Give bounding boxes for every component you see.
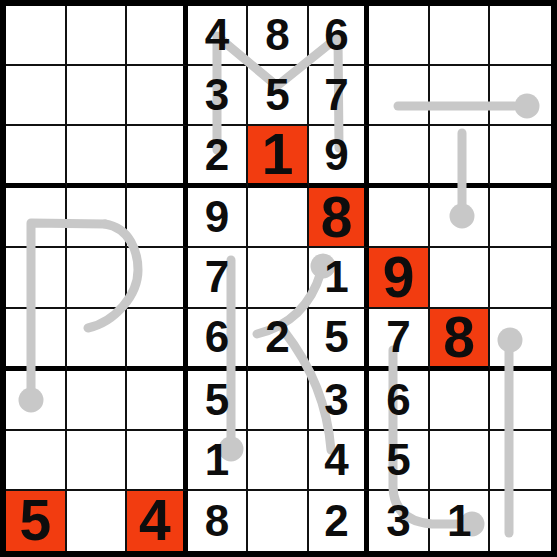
cell-r6c8[interactable]: 8 <box>430 309 491 371</box>
cell-r9c2[interactable] <box>67 491 128 551</box>
cell-r1c7[interactable] <box>369 6 430 66</box>
cell-r8c2[interactable] <box>67 431 128 491</box>
cell-r4c9[interactable] <box>490 188 551 248</box>
cell-r4c1[interactable] <box>6 188 67 248</box>
cell-r3c8[interactable] <box>430 126 491 188</box>
cell-r2c5[interactable]: 5 <box>248 66 309 126</box>
cell-r5c9[interactable] <box>490 248 551 308</box>
cell-r5c5[interactable] <box>248 248 309 308</box>
cell-r5c2[interactable] <box>67 248 128 308</box>
cell-r9c8[interactable]: 1 <box>430 491 491 551</box>
digit: 4 <box>324 438 348 482</box>
cell-r4c7[interactable] <box>369 188 430 248</box>
digit: 5 <box>19 492 51 549</box>
digit: 5 <box>265 73 289 117</box>
digit: 1 <box>447 499 471 543</box>
digit: 3 <box>386 499 410 543</box>
cell-r1c8[interactable] <box>430 6 491 66</box>
cell-r9c1[interactable]: 5 <box>6 491 67 551</box>
digit: 5 <box>386 438 410 482</box>
digit: 4 <box>139 492 171 549</box>
cell-r2c4[interactable]: 3 <box>188 66 249 126</box>
cell-r7c3[interactable] <box>127 371 188 431</box>
cell-r5c1[interactable] <box>6 248 67 308</box>
digit: 2 <box>205 133 229 177</box>
cell-r8c1[interactable] <box>6 431 67 491</box>
cell-r3c9[interactable] <box>490 126 551 188</box>
digit: 6 <box>205 315 229 359</box>
cell-r3c3[interactable] <box>127 126 188 188</box>
cell-r7c9[interactable] <box>490 371 551 431</box>
cell-r7c8[interactable] <box>430 371 491 431</box>
digit: 3 <box>324 378 348 422</box>
cell-r4c8[interactable] <box>430 188 491 248</box>
digit: 6 <box>324 13 348 57</box>
cell-r2c6[interactable]: 7 <box>309 66 370 126</box>
cell-r6c9[interactable] <box>490 309 551 371</box>
cell-r3c5[interactable]: 1 <box>248 126 309 188</box>
cell-r8c6[interactable]: 4 <box>309 431 370 491</box>
digit: 1 <box>324 255 348 299</box>
cell-r5c6[interactable]: 1 <box>309 248 370 308</box>
cell-r7c2[interactable] <box>67 371 128 431</box>
cell-r8c7[interactable]: 5 <box>369 431 430 491</box>
cell-r7c7[interactable]: 6 <box>369 371 430 431</box>
digit: 9 <box>324 133 348 177</box>
cell-r6c5[interactable]: 2 <box>248 309 309 371</box>
digit: 8 <box>205 499 229 543</box>
cell-r6c1[interactable] <box>6 309 67 371</box>
sudoku-board: 4863572199871962578536145548231 <box>0 0 557 557</box>
cell-r1c4[interactable]: 4 <box>188 6 249 66</box>
cell-r7c6[interactable]: 3 <box>309 371 370 431</box>
digit: 1 <box>262 126 294 183</box>
digit: 6 <box>386 378 410 422</box>
cell-r1c2[interactable] <box>67 6 128 66</box>
digit: 7 <box>386 315 410 359</box>
digit: 4 <box>205 13 229 57</box>
cell-r3c1[interactable] <box>6 126 67 188</box>
cell-r6c7[interactable]: 7 <box>369 309 430 371</box>
digit: 7 <box>205 255 229 299</box>
digit: 3 <box>205 73 229 117</box>
cell-r5c3[interactable] <box>127 248 188 308</box>
cell-r5c8[interactable] <box>430 248 491 308</box>
cell-r8c8[interactable] <box>430 431 491 491</box>
cell-r7c1[interactable] <box>6 371 67 431</box>
cell-r7c4[interactable]: 5 <box>188 371 249 431</box>
digit: 8 <box>265 13 289 57</box>
cell-r9c7[interactable]: 3 <box>369 491 430 551</box>
cell-r2c9[interactable] <box>490 66 551 126</box>
cell-r2c8[interactable] <box>430 66 491 126</box>
cell-r9c6[interactable]: 2 <box>309 491 370 551</box>
cell-r2c7[interactable] <box>369 66 430 126</box>
cell-r4c4[interactable]: 9 <box>188 188 249 248</box>
cell-r2c1[interactable] <box>6 66 67 126</box>
digit: 1 <box>205 438 229 482</box>
cell-r8c9[interactable] <box>490 431 551 491</box>
cell-r9c4[interactable]: 8 <box>188 491 249 551</box>
cell-r8c3[interactable] <box>127 431 188 491</box>
digit: 5 <box>324 315 348 359</box>
sudoku-grid: 4863572199871962578536145548231 <box>0 0 557 557</box>
cell-r3c2[interactable] <box>67 126 128 188</box>
cell-r3c4[interactable]: 2 <box>188 126 249 188</box>
cell-r9c5[interactable] <box>248 491 309 551</box>
cell-r6c6[interactable]: 5 <box>309 309 370 371</box>
digit: 9 <box>205 195 229 239</box>
digit: 2 <box>265 315 289 359</box>
digit: 8 <box>321 189 353 246</box>
digit: 2 <box>324 499 348 543</box>
cell-r9c3[interactable]: 4 <box>127 491 188 551</box>
digit: 7 <box>324 73 348 117</box>
cell-r9c9[interactable] <box>490 491 551 551</box>
cell-r6c4[interactable]: 6 <box>188 309 249 371</box>
cell-r4c3[interactable] <box>127 188 188 248</box>
digit: 9 <box>383 249 415 306</box>
cell-r1c3[interactable] <box>127 6 188 66</box>
cell-r4c6[interactable]: 8 <box>309 188 370 248</box>
cell-r2c3[interactable] <box>127 66 188 126</box>
cell-r6c3[interactable] <box>127 309 188 371</box>
cell-r1c6[interactable]: 6 <box>309 6 370 66</box>
cell-r2c2[interactable] <box>67 66 128 126</box>
cell-r5c7[interactable]: 9 <box>369 248 430 308</box>
digit: 8 <box>443 309 475 366</box>
cell-r3c7[interactable] <box>369 126 430 188</box>
cell-r8c5[interactable] <box>248 431 309 491</box>
cell-r7c5[interactable] <box>248 371 309 431</box>
cell-r4c2[interactable] <box>67 188 128 248</box>
cell-r1c9[interactable] <box>490 6 551 66</box>
cell-r3c6[interactable]: 9 <box>309 126 370 188</box>
cell-r1c5[interactable]: 8 <box>248 6 309 66</box>
cell-r8c4[interactable]: 1 <box>188 431 249 491</box>
cell-r6c2[interactable] <box>67 309 128 371</box>
digit: 5 <box>205 378 229 422</box>
cell-r1c1[interactable] <box>6 6 67 66</box>
cell-r5c4[interactable]: 7 <box>188 248 249 308</box>
cell-r4c5[interactable] <box>248 188 309 248</box>
